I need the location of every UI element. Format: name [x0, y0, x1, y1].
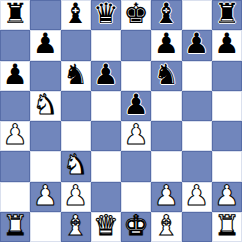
square-e5[interactable]: ♟ — [121, 91, 151, 121]
square-d6[interactable]: ♟ — [91, 61, 121, 91]
piece-white-pawn[interactable]: ♟ — [33, 182, 58, 210]
piece-black-pawn[interactable]: ♟ — [154, 30, 179, 58]
square-f8[interactable]: ♝ — [151, 0, 181, 30]
piece-white-knight[interactable]: ♞ — [33, 91, 58, 119]
piece-white-queen[interactable]: ♛ — [93, 212, 118, 240]
piece-white-rook[interactable]: ♜ — [3, 212, 28, 240]
square-e2[interactable] — [121, 182, 151, 212]
piece-white-pawn[interactable]: ♟ — [3, 121, 28, 149]
piece-black-bishop[interactable]: ♝ — [63, 0, 88, 28]
square-c8[interactable]: ♝ — [61, 0, 91, 30]
piece-black-pawn[interactable]: ♟ — [184, 30, 209, 58]
piece-white-pawn[interactable]: ♟ — [63, 182, 88, 210]
piece-white-bishop[interactable]: ♝ — [154, 212, 179, 240]
square-g1[interactable] — [182, 212, 212, 242]
piece-white-pawn[interactable]: ♟ — [124, 121, 149, 149]
piece-black-rook[interactable]: ♜ — [214, 0, 239, 28]
piece-black-knight[interactable]: ♞ — [154, 61, 179, 89]
square-h4[interactable] — [212, 121, 242, 151]
square-a5[interactable] — [0, 91, 30, 121]
square-f2[interactable]: ♟ — [151, 182, 181, 212]
square-e6[interactable] — [121, 61, 151, 91]
square-f6[interactable]: ♞ — [151, 61, 181, 91]
square-a3[interactable] — [0, 151, 30, 181]
piece-black-pawn[interactable]: ♟ — [93, 61, 118, 89]
square-c5[interactable] — [61, 91, 91, 121]
square-d3[interactable] — [91, 151, 121, 181]
piece-white-pawn[interactable]: ♟ — [184, 182, 209, 210]
piece-black-pawn[interactable]: ♟ — [214, 30, 239, 58]
square-h7[interactable]: ♟ — [212, 30, 242, 60]
square-f3[interactable] — [151, 151, 181, 181]
piece-black-bishop[interactable]: ♝ — [154, 0, 179, 28]
square-c7[interactable] — [61, 30, 91, 60]
square-f7[interactable]: ♟ — [151, 30, 181, 60]
square-h1[interactable]: ♜ — [212, 212, 242, 242]
square-g3[interactable] — [182, 151, 212, 181]
piece-black-king[interactable]: ♚ — [124, 0, 149, 28]
square-d8[interactable]: ♛ — [91, 0, 121, 30]
square-b8[interactable] — [30, 0, 60, 30]
square-f5[interactable] — [151, 91, 181, 121]
square-g4[interactable] — [182, 121, 212, 151]
square-a7[interactable] — [0, 30, 30, 60]
square-b5[interactable]: ♞ — [30, 91, 60, 121]
square-g8[interactable] — [182, 0, 212, 30]
square-h3[interactable] — [212, 151, 242, 181]
square-a4[interactable]: ♟ — [0, 121, 30, 151]
square-c2[interactable]: ♟ — [61, 182, 91, 212]
square-f4[interactable] — [151, 121, 181, 151]
square-c1[interactable]: ♝ — [61, 212, 91, 242]
square-b3[interactable] — [30, 151, 60, 181]
piece-white-pawn[interactable]: ♟ — [214, 182, 239, 210]
piece-white-pawn[interactable]: ♟ — [154, 182, 179, 210]
piece-white-knight[interactable]: ♞ — [63, 151, 88, 179]
square-g6[interactable] — [182, 61, 212, 91]
square-e4[interactable]: ♟ — [121, 121, 151, 151]
square-a1[interactable]: ♜ — [0, 212, 30, 242]
square-b7[interactable]: ♟ — [30, 30, 60, 60]
square-h8[interactable]: ♜ — [212, 0, 242, 30]
square-a8[interactable]: ♜ — [0, 0, 30, 30]
piece-black-pawn[interactable]: ♟ — [124, 91, 149, 119]
square-a6[interactable]: ♟ — [0, 61, 30, 91]
square-g2[interactable]: ♟ — [182, 182, 212, 212]
piece-white-king[interactable]: ♚ — [124, 212, 149, 240]
square-c6[interactable]: ♞ — [61, 61, 91, 91]
square-e3[interactable] — [121, 151, 151, 181]
piece-black-rook[interactable]: ♜ — [3, 0, 28, 28]
square-c4[interactable] — [61, 121, 91, 151]
square-g5[interactable] — [182, 91, 212, 121]
square-c3[interactable]: ♞ — [61, 151, 91, 181]
square-d4[interactable] — [91, 121, 121, 151]
piece-black-pawn[interactable]: ♟ — [33, 30, 58, 58]
square-b2[interactable]: ♟ — [30, 182, 60, 212]
square-f1[interactable]: ♝ — [151, 212, 181, 242]
piece-white-bishop[interactable]: ♝ — [63, 212, 88, 240]
piece-black-knight[interactable]: ♞ — [63, 61, 88, 89]
square-e7[interactable] — [121, 30, 151, 60]
square-d5[interactable] — [91, 91, 121, 121]
square-d2[interactable] — [91, 182, 121, 212]
piece-white-rook[interactable]: ♜ — [214, 212, 239, 240]
square-d7[interactable] — [91, 30, 121, 60]
square-a2[interactable] — [0, 182, 30, 212]
square-h5[interactable] — [212, 91, 242, 121]
square-e8[interactable]: ♚ — [121, 0, 151, 30]
square-g7[interactable]: ♟ — [182, 30, 212, 60]
piece-black-queen[interactable]: ♛ — [93, 0, 118, 28]
square-h2[interactable]: ♟ — [212, 182, 242, 212]
square-d1[interactable]: ♛ — [91, 212, 121, 242]
square-b1[interactable] — [30, 212, 60, 242]
square-e1[interactable]: ♚ — [121, 212, 151, 242]
chess-board: ♜♝♛♚♝♜♟♟♟♟♟♞♟♞♞♟♟♟♞♟♟♟♟♟♜♝♛♚♝♜ — [0, 0, 242, 242]
square-b4[interactable] — [30, 121, 60, 151]
square-b6[interactable] — [30, 61, 60, 91]
square-h6[interactable] — [212, 61, 242, 91]
piece-black-pawn[interactable]: ♟ — [3, 61, 28, 89]
